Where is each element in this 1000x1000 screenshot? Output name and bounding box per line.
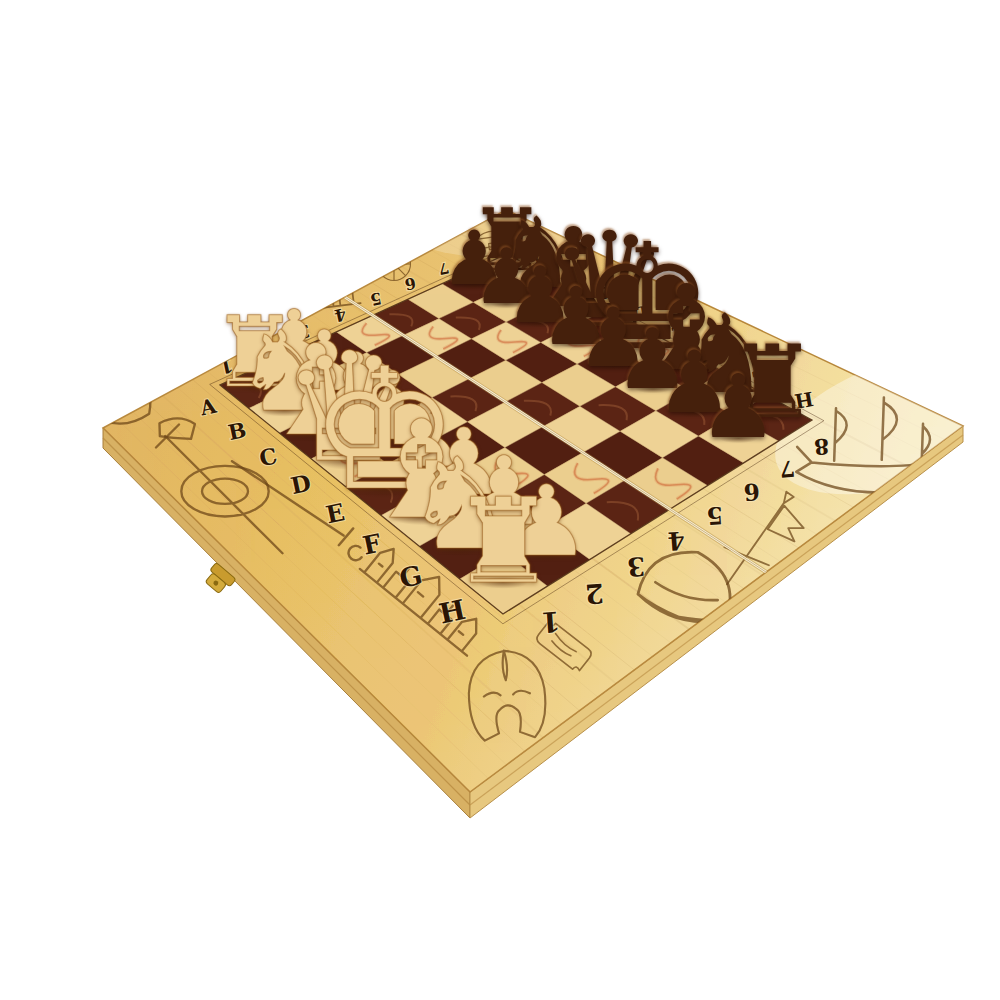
rank-label-near-6: 6 xyxy=(743,478,761,506)
rank-label-near-4: 4 xyxy=(667,526,686,556)
chess-set-product-photo: AABBCCDDEEFFGGHH1122334455667788 ♜♞♝♛♚♝♞… xyxy=(0,0,1000,1000)
rank-label-near-8: 8 xyxy=(813,433,830,459)
decoration-horseshoe xyxy=(842,329,874,364)
rank-label-near-2: 2 xyxy=(584,578,605,610)
board: AABBCCDDEEFFGGHH1122334455667788 xyxy=(0,0,1000,1000)
rank-label-near-3: 3 xyxy=(626,551,646,582)
decoration-money-sack xyxy=(824,280,868,329)
rank-label-near-5: 5 xyxy=(705,501,724,530)
rank-label-near-1: 1 xyxy=(540,605,562,639)
rank-label-near-7: 7 xyxy=(779,455,796,482)
